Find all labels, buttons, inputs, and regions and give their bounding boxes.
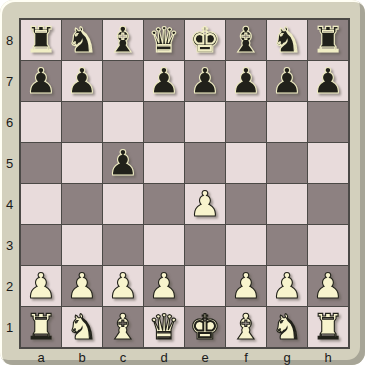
piece-black-rook[interactable]: ♜ bbox=[25, 20, 56, 60]
square-c4[interactable] bbox=[103, 184, 143, 224]
piece-black-queen[interactable]: ♛ bbox=[148, 20, 179, 60]
piece-white-king[interactable]: ♚ bbox=[189, 307, 220, 347]
square-e7[interactable]: ♟ bbox=[185, 61, 225, 101]
square-f2[interactable]: ♟ bbox=[226, 266, 266, 306]
square-a6[interactable] bbox=[21, 102, 61, 142]
square-c5[interactable]: ♟ bbox=[103, 143, 143, 183]
square-e4[interactable]: ♟ bbox=[185, 184, 225, 224]
square-b1[interactable]: ♞ bbox=[62, 307, 102, 347]
file-label-h: h bbox=[308, 349, 348, 365]
piece-black-rook[interactable]: ♜ bbox=[312, 20, 343, 60]
square-a8[interactable]: ♜ bbox=[21, 20, 61, 60]
square-g3[interactable] bbox=[267, 225, 307, 265]
file-label-a: a bbox=[21, 349, 61, 365]
rank-label-8: 8 bbox=[0, 20, 19, 60]
square-c1[interactable]: ♝ bbox=[103, 307, 143, 347]
piece-white-pawn[interactable]: ♟ bbox=[312, 266, 343, 306]
piece-white-pawn[interactable]: ♟ bbox=[148, 266, 179, 306]
square-f5[interactable] bbox=[226, 143, 266, 183]
file-label-c: c bbox=[103, 349, 143, 365]
square-f4[interactable] bbox=[226, 184, 266, 224]
square-d1[interactable]: ♛ bbox=[144, 307, 184, 347]
square-e8[interactable]: ♚ bbox=[185, 20, 225, 60]
piece-white-pawn[interactable]: ♟ bbox=[25, 266, 56, 306]
square-g7[interactable]: ♟ bbox=[267, 61, 307, 101]
square-d6[interactable] bbox=[144, 102, 184, 142]
piece-white-queen[interactable]: ♛ bbox=[148, 307, 179, 347]
square-h6[interactable] bbox=[308, 102, 348, 142]
square-b3[interactable] bbox=[62, 225, 102, 265]
square-f8[interactable]: ♝ bbox=[226, 20, 266, 60]
square-h1[interactable]: ♜ bbox=[308, 307, 348, 347]
piece-black-pawn[interactable]: ♟ bbox=[230, 61, 261, 101]
piece-black-pawn[interactable]: ♟ bbox=[189, 61, 220, 101]
rank-label-7: 7 bbox=[0, 61, 19, 101]
piece-white-pawn[interactable]: ♟ bbox=[271, 266, 302, 306]
piece-black-king[interactable]: ♚ bbox=[189, 20, 220, 60]
square-d7[interactable]: ♟ bbox=[144, 61, 184, 101]
square-c2[interactable]: ♟ bbox=[103, 266, 143, 306]
piece-white-bishop[interactable]: ♝ bbox=[230, 307, 261, 347]
piece-white-rook[interactable]: ♜ bbox=[312, 307, 343, 347]
square-h3[interactable] bbox=[308, 225, 348, 265]
piece-black-pawn[interactable]: ♟ bbox=[148, 61, 179, 101]
piece-black-knight[interactable]: ♞ bbox=[66, 20, 97, 60]
square-h4[interactable] bbox=[308, 184, 348, 224]
piece-black-pawn[interactable]: ♟ bbox=[271, 61, 302, 101]
file-labels: abcdefgh bbox=[21, 349, 348, 365]
piece-black-bishop[interactable]: ♝ bbox=[230, 20, 261, 60]
square-b8[interactable]: ♞ bbox=[62, 20, 102, 60]
square-h2[interactable]: ♟ bbox=[308, 266, 348, 306]
square-c6[interactable] bbox=[103, 102, 143, 142]
square-d4[interactable] bbox=[144, 184, 184, 224]
square-d2[interactable]: ♟ bbox=[144, 266, 184, 306]
square-c3[interactable] bbox=[103, 225, 143, 265]
rank-labels: 87654321 bbox=[0, 20, 19, 347]
piece-black-knight[interactable]: ♞ bbox=[271, 20, 302, 60]
square-b5[interactable] bbox=[62, 143, 102, 183]
square-f1[interactable]: ♝ bbox=[226, 307, 266, 347]
square-a3[interactable] bbox=[21, 225, 61, 265]
square-c7[interactable] bbox=[103, 61, 143, 101]
square-d8[interactable]: ♛ bbox=[144, 20, 184, 60]
rank-label-3: 3 bbox=[0, 225, 19, 265]
square-h7[interactable]: ♟ bbox=[308, 61, 348, 101]
file-label-g: g bbox=[267, 349, 307, 365]
square-g2[interactable]: ♟ bbox=[267, 266, 307, 306]
rank-label-2: 2 bbox=[0, 266, 19, 306]
square-b2[interactable]: ♟ bbox=[62, 266, 102, 306]
square-f7[interactable]: ♟ bbox=[226, 61, 266, 101]
square-h5[interactable] bbox=[308, 143, 348, 183]
square-b4[interactable] bbox=[62, 184, 102, 224]
piece-white-pawn[interactable]: ♟ bbox=[230, 266, 261, 306]
square-e6[interactable] bbox=[185, 102, 225, 142]
square-h8[interactable]: ♜ bbox=[308, 20, 348, 60]
square-e1[interactable]: ♚ bbox=[185, 307, 225, 347]
file-label-e: e bbox=[185, 349, 225, 365]
square-g1[interactable]: ♞ bbox=[267, 307, 307, 347]
square-b6[interactable] bbox=[62, 102, 102, 142]
square-g8[interactable]: ♞ bbox=[267, 20, 307, 60]
piece-white-rook[interactable]: ♜ bbox=[25, 307, 56, 347]
square-e2[interactable] bbox=[185, 266, 225, 306]
rank-label-1: 1 bbox=[0, 307, 19, 347]
piece-black-pawn[interactable]: ♟ bbox=[66, 61, 97, 101]
piece-white-pawn[interactable]: ♟ bbox=[66, 266, 97, 306]
rank-label-4: 4 bbox=[0, 184, 19, 224]
chess-board[interactable]: ♜♞♝♛♚♝♞♜♟♟♟♟♟♟♟♟♟♟♟♟♟♟♟♟♜♞♝♛♚♝♞♜ bbox=[19, 18, 350, 349]
piece-white-knight[interactable]: ♞ bbox=[66, 307, 97, 347]
square-d5[interactable] bbox=[144, 143, 184, 183]
square-g4[interactable] bbox=[267, 184, 307, 224]
piece-black-bishop[interactable]: ♝ bbox=[107, 20, 138, 60]
file-label-f: f bbox=[226, 349, 266, 365]
square-e5[interactable] bbox=[185, 143, 225, 183]
piece-white-pawn[interactable]: ♟ bbox=[107, 266, 138, 306]
piece-white-pawn[interactable]: ♟ bbox=[189, 184, 220, 224]
square-a1[interactable]: ♜ bbox=[21, 307, 61, 347]
rank-label-5: 5 bbox=[0, 143, 19, 183]
piece-black-pawn[interactable]: ♟ bbox=[312, 61, 343, 101]
file-label-b: b bbox=[62, 349, 102, 365]
square-c8[interactable]: ♝ bbox=[103, 20, 143, 60]
square-f6[interactable] bbox=[226, 102, 266, 142]
square-a7[interactable]: ♟ bbox=[21, 61, 61, 101]
piece-black-pawn[interactable]: ♟ bbox=[107, 143, 138, 183]
square-a4[interactable] bbox=[21, 184, 61, 224]
square-a2[interactable]: ♟ bbox=[21, 266, 61, 306]
rank-label-6: 6 bbox=[0, 102, 19, 142]
square-b7[interactable]: ♟ bbox=[62, 61, 102, 101]
square-g6[interactable] bbox=[267, 102, 307, 142]
chess-board-panel: 87654321 ♜♞♝♛♚♝♞♜♟♟♟♟♟♟♟♟♟♟♟♟♟♟♟♟♜♞♝♛♚♝♞… bbox=[0, 0, 365, 365]
piece-white-bishop[interactable]: ♝ bbox=[107, 307, 138, 347]
piece-black-pawn[interactable]: ♟ bbox=[25, 61, 56, 101]
square-a5[interactable] bbox=[21, 143, 61, 183]
square-g5[interactable] bbox=[267, 143, 307, 183]
square-e3[interactable] bbox=[185, 225, 225, 265]
square-d3[interactable] bbox=[144, 225, 184, 265]
square-f3[interactable] bbox=[226, 225, 266, 265]
piece-white-knight[interactable]: ♞ bbox=[271, 307, 302, 347]
file-label-d: d bbox=[144, 349, 184, 365]
